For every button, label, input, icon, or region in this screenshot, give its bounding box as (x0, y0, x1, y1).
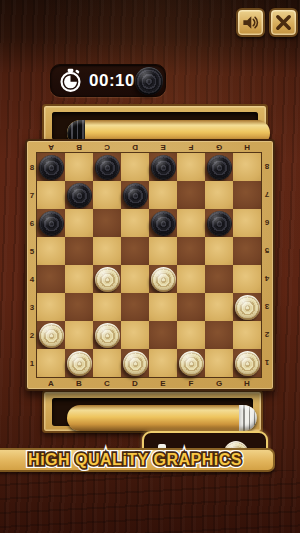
square-g8[interactable] (205, 153, 233, 181)
square-f8[interactable] (177, 153, 205, 181)
square-e8[interactable] (149, 153, 177, 181)
square-b1[interactable] (65, 349, 93, 377)
board-grid (37, 153, 261, 377)
square-c6[interactable] (93, 209, 121, 237)
rank-label: 8 (27, 153, 37, 181)
white-checker[interactable] (95, 323, 120, 348)
rank-label: 8 (261, 153, 273, 181)
rank-label: 6 (27, 209, 37, 237)
file-label: H (233, 378, 261, 389)
square-g2[interactable] (205, 321, 233, 349)
square-b7[interactable] (65, 181, 93, 209)
captured-light-pieces (239, 405, 257, 431)
rank-label: 7 (27, 181, 37, 209)
file-label: C (93, 142, 121, 153)
square-b3[interactable] (65, 293, 93, 321)
promo-banner-text: HiGH QUALiTY GRAPHiCS HiGH QUALiTY GRAPH… (0, 450, 273, 470)
square-e2[interactable] (149, 321, 177, 349)
square-d6[interactable] (121, 209, 149, 237)
square-f7[interactable] (177, 181, 205, 209)
square-b6[interactable] (65, 209, 93, 237)
square-c4[interactable] (93, 265, 121, 293)
rank-label: 3 (27, 293, 37, 321)
tray-groove (52, 398, 253, 426)
rank-label: 4 (261, 265, 273, 293)
square-b8[interactable] (65, 153, 93, 181)
square-f3[interactable] (177, 293, 205, 321)
square-c5[interactable] (93, 237, 121, 265)
file-label: F (177, 142, 205, 153)
rank-labels-right: 87654321 (261, 153, 273, 377)
rank-label: 5 (261, 237, 273, 265)
file-label: A (37, 378, 65, 389)
square-d3[interactable] (121, 293, 149, 321)
square-f5[interactable] (177, 237, 205, 265)
player-timer-panel: 00:10 (50, 64, 166, 97)
square-a2[interactable] (37, 321, 65, 349)
white-checker[interactable] (235, 351, 260, 376)
square-h8[interactable] (233, 153, 261, 181)
square-f4[interactable] (177, 265, 205, 293)
stopwatch-icon (58, 68, 83, 93)
white-checker[interactable] (67, 351, 92, 376)
white-checker[interactable] (179, 351, 204, 376)
square-c2[interactable] (93, 321, 121, 349)
square-d5[interactable] (121, 237, 149, 265)
black-checker[interactable] (67, 183, 92, 208)
square-d2[interactable] (121, 321, 149, 349)
rank-label: 5 (27, 237, 37, 265)
timer-value: 00:10 (89, 71, 135, 91)
square-g5[interactable] (205, 237, 233, 265)
square-e4[interactable] (149, 265, 177, 293)
square-e6[interactable] (149, 209, 177, 237)
square-g4[interactable] (205, 265, 233, 293)
white-checker[interactable] (95, 267, 120, 292)
square-b4[interactable] (65, 265, 93, 293)
close-icon (275, 14, 292, 31)
rank-label: 4 (27, 265, 37, 293)
square-d8[interactable] (121, 153, 149, 181)
rank-label: 6 (261, 209, 273, 237)
checkers-board: ABCDEFGH ABCDEFGH 87654321 87654321 (25, 139, 275, 391)
black-checker[interactable] (95, 155, 120, 180)
square-a5[interactable] (37, 237, 65, 265)
square-a7[interactable] (37, 181, 65, 209)
file-label: F (177, 378, 205, 389)
promo-banner: HiGH QUALiTY GRAPHiCS HiGH QUALiTY GRAPH… (0, 448, 275, 472)
square-c3[interactable] (93, 293, 121, 321)
square-h6[interactable] (233, 209, 261, 237)
wood-grain (0, 470, 300, 533)
file-label: A (37, 142, 65, 153)
file-labels-bottom: ABCDEFGH (37, 378, 261, 389)
square-h2[interactable] (233, 321, 261, 349)
black-checker[interactable] (39, 211, 64, 236)
black-checker[interactable] (207, 211, 232, 236)
square-e5[interactable] (149, 237, 177, 265)
rank-label: 7 (261, 181, 273, 209)
rank-label: 1 (261, 349, 273, 377)
square-c1[interactable] (93, 349, 121, 377)
square-h4[interactable] (233, 265, 261, 293)
square-e3[interactable] (149, 293, 177, 321)
square-a8[interactable] (37, 153, 65, 181)
file-label: G (205, 378, 233, 389)
square-c8[interactable] (93, 153, 121, 181)
file-labels-top: ABCDEFGH (37, 142, 261, 153)
black-checker[interactable] (39, 155, 64, 180)
square-g7[interactable] (205, 181, 233, 209)
square-b5[interactable] (65, 237, 93, 265)
square-a1[interactable] (37, 349, 65, 377)
square-a6[interactable] (37, 209, 65, 237)
black-checker[interactable] (151, 211, 176, 236)
speaker-icon (241, 13, 260, 32)
rank-label: 3 (261, 293, 273, 321)
file-label: E (149, 142, 177, 153)
file-label: E (149, 378, 177, 389)
black-checker-icon (135, 67, 163, 95)
file-label: D (121, 378, 149, 389)
sound-button[interactable] (236, 8, 265, 37)
square-f1[interactable] (177, 349, 205, 377)
square-c7[interactable] (93, 181, 121, 209)
white-checker[interactable] (151, 267, 176, 292)
file-label: B (65, 378, 93, 389)
file-label: G (205, 142, 233, 153)
black-checker[interactable] (207, 155, 232, 180)
square-a4[interactable] (37, 265, 65, 293)
file-label: C (93, 378, 121, 389)
square-h3[interactable] (233, 293, 261, 321)
close-button[interactable] (269, 8, 298, 37)
black-checker[interactable] (151, 155, 176, 180)
square-h5[interactable] (233, 237, 261, 265)
square-h7[interactable] (233, 181, 261, 209)
rank-label: 2 (27, 321, 37, 349)
square-f2[interactable] (177, 321, 205, 349)
tray-rod (67, 405, 257, 431)
file-label: D (121, 142, 149, 153)
white-checker[interactable] (39, 323, 64, 348)
rank-label: 1 (27, 349, 37, 377)
square-b2[interactable] (65, 321, 93, 349)
file-label: H (233, 142, 261, 153)
square-g6[interactable] (205, 209, 233, 237)
square-g3[interactable] (205, 293, 233, 321)
captured-pieces-tray-bottom (42, 390, 263, 433)
black-checker[interactable] (123, 183, 148, 208)
square-a3[interactable] (37, 293, 65, 321)
square-d4[interactable] (121, 265, 149, 293)
white-checker[interactable] (235, 295, 260, 320)
square-e7[interactable] (149, 181, 177, 209)
square-d1[interactable] (121, 349, 149, 377)
file-label: B (65, 142, 93, 153)
rank-labels-left: 87654321 (27, 153, 37, 377)
rank-label: 2 (261, 321, 273, 349)
white-checker[interactable] (123, 351, 148, 376)
tray-groove (52, 112, 258, 140)
square-d7[interactable] (121, 181, 149, 209)
square-h1[interactable] (233, 349, 261, 377)
square-e1[interactable] (149, 349, 177, 377)
square-f6[interactable] (177, 209, 205, 237)
square-g1[interactable] (205, 349, 233, 377)
